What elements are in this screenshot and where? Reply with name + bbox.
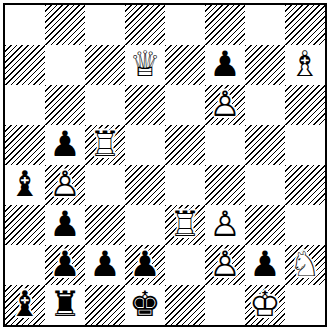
square-h7[interactable]: ♝♗ (285, 45, 325, 85)
piece-white-pawn-f6: ♟♙ (205, 85, 245, 125)
square-b8[interactable] (45, 5, 85, 45)
square-a1[interactable]: ♝ (5, 285, 45, 325)
square-d2[interactable]: ♟ (125, 245, 165, 285)
square-h5[interactable] (285, 125, 325, 165)
piece-white-pawn-f2: ♟♙ (205, 245, 245, 285)
piece-black-pawn-b3: ♟ (45, 205, 85, 245)
square-g4[interactable] (245, 165, 285, 205)
square-e2[interactable] (165, 245, 205, 285)
square-d1[interactable]: ♚ (125, 285, 165, 325)
piece-black-pawn-b2: ♟ (45, 245, 85, 285)
square-e3[interactable]: ♜♖ (165, 205, 205, 245)
square-b6[interactable] (45, 85, 85, 125)
piece-black-bishop-a1: ♝ (5, 285, 45, 325)
square-e7[interactable] (165, 45, 205, 85)
piece-black-king-d1: ♚ (125, 285, 165, 325)
chess-board: ♛♕♟♝♗♟♙♟♜♖♝♟♙♟♜♖♟♙♟♟♟♟♙♟♞♘♝♜♚♚♔ (3, 3, 327, 327)
piece-black-pawn-c2: ♟ (85, 245, 125, 285)
square-d7[interactable]: ♛♕ (125, 45, 165, 85)
square-e5[interactable] (165, 125, 205, 165)
square-e6[interactable] (165, 85, 205, 125)
piece-black-pawn-b5: ♟ (45, 125, 85, 165)
piece-white-rook-e3: ♜♖ (165, 205, 205, 245)
piece-white-knight-h2: ♞♘ (285, 245, 325, 285)
square-c5[interactable]: ♜♖ (85, 125, 125, 165)
square-b3[interactable]: ♟ (45, 205, 85, 245)
square-f5[interactable] (205, 125, 245, 165)
piece-white-rook-c5: ♜♖ (85, 125, 125, 165)
square-g1[interactable]: ♚♔ (245, 285, 285, 325)
square-a4[interactable]: ♝ (5, 165, 45, 205)
square-d4[interactable] (125, 165, 165, 205)
square-d6[interactable] (125, 85, 165, 125)
square-g8[interactable] (245, 5, 285, 45)
piece-black-bishop-a4: ♝ (5, 165, 45, 205)
square-a3[interactable] (5, 205, 45, 245)
piece-white-king-g1: ♚♔ (245, 285, 285, 325)
piece-white-pawn-b4: ♟♙ (45, 165, 85, 205)
square-e8[interactable] (165, 5, 205, 45)
square-f2[interactable]: ♟♙ (205, 245, 245, 285)
piece-white-bishop-h7: ♝♗ (285, 45, 325, 85)
square-b1[interactable]: ♜ (45, 285, 85, 325)
square-d8[interactable] (125, 5, 165, 45)
piece-black-pawn-f7: ♟ (205, 45, 245, 85)
square-c1[interactable] (85, 285, 125, 325)
square-d3[interactable] (125, 205, 165, 245)
square-h6[interactable] (285, 85, 325, 125)
square-c8[interactable] (85, 5, 125, 45)
square-g3[interactable] (245, 205, 285, 245)
square-g6[interactable] (245, 85, 285, 125)
piece-black-rook-b1: ♜ (45, 285, 85, 325)
square-b5[interactable]: ♟ (45, 125, 85, 165)
square-b4[interactable]: ♟♙ (45, 165, 85, 205)
square-e4[interactable] (165, 165, 205, 205)
square-b7[interactable] (45, 45, 85, 85)
square-b2[interactable]: ♟ (45, 245, 85, 285)
square-c6[interactable] (85, 85, 125, 125)
square-g7[interactable] (245, 45, 285, 85)
square-c7[interactable] (85, 45, 125, 85)
piece-white-queen-d7: ♛♕ (125, 45, 165, 85)
square-h8[interactable] (285, 5, 325, 45)
square-f4[interactable] (205, 165, 245, 205)
chess-diagram: ♛♕♟♝♗♟♙♟♜♖♝♟♙♟♜♖♟♙♟♟♟♟♙♟♞♘♝♜♚♚♔ (0, 0, 332, 332)
square-a6[interactable] (5, 85, 45, 125)
square-f1[interactable] (205, 285, 245, 325)
square-a2[interactable] (5, 245, 45, 285)
piece-black-pawn-d2: ♟ (125, 245, 165, 285)
square-c3[interactable] (85, 205, 125, 245)
square-g5[interactable] (245, 125, 285, 165)
square-a8[interactable] (5, 5, 45, 45)
square-g2[interactable]: ♟ (245, 245, 285, 285)
square-a7[interactable] (5, 45, 45, 85)
square-h1[interactable] (285, 285, 325, 325)
piece-white-pawn-f3: ♟♙ (205, 205, 245, 245)
square-f7[interactable]: ♟ (205, 45, 245, 85)
square-f8[interactable] (205, 5, 245, 45)
square-d5[interactable] (125, 125, 165, 165)
square-f6[interactable]: ♟♙ (205, 85, 245, 125)
square-c4[interactable] (85, 165, 125, 205)
square-h3[interactable] (285, 205, 325, 245)
square-f3[interactable]: ♟♙ (205, 205, 245, 245)
piece-black-pawn-g2: ♟ (245, 245, 285, 285)
square-e1[interactable] (165, 285, 205, 325)
square-c2[interactable]: ♟ (85, 245, 125, 285)
square-a5[interactable] (5, 125, 45, 165)
square-h2[interactable]: ♞♘ (285, 245, 325, 285)
square-h4[interactable] (285, 165, 325, 205)
